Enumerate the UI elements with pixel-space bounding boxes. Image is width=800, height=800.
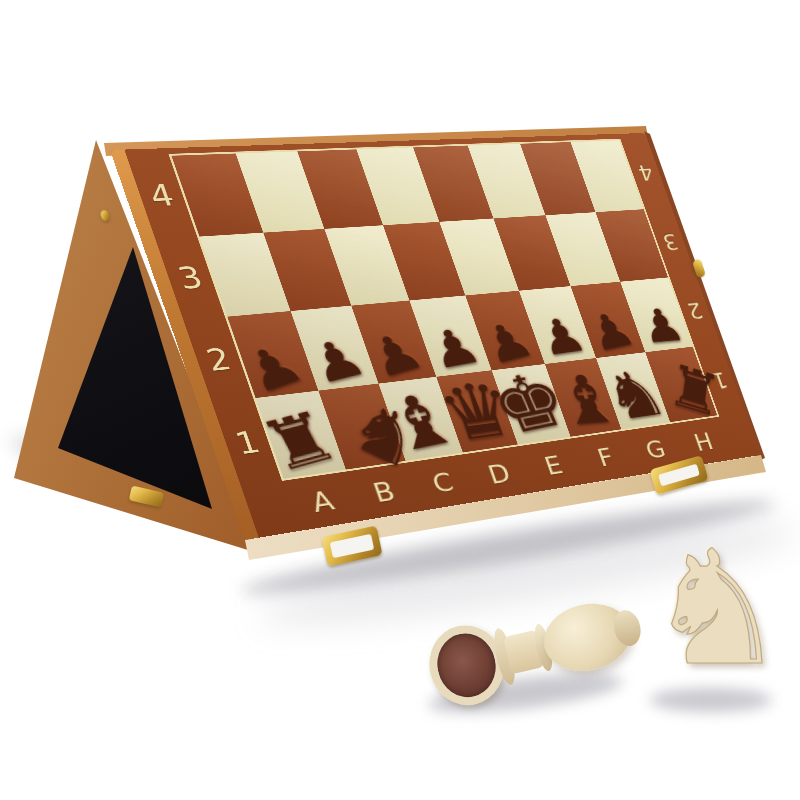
square-e4 [413, 146, 493, 222]
clasp-hole [330, 534, 374, 558]
square-d4 [356, 147, 439, 224]
square-f3 [493, 215, 570, 291]
square-e3 [439, 218, 519, 295]
square-g3 [545, 212, 620, 286]
product-photo-stage: 4321 ♟♟♟♟♟♟♟♟♜♞♝♛♚♝♞♜ 4321 ABCDEFGH ♞ [0, 0, 800, 800]
brass-pin-fold [99, 209, 110, 222]
square-b3 [263, 228, 351, 311]
cream-knight-standing: ♞ [646, 526, 770, 710]
piece-pawn-h2: ♟ [634, 304, 688, 349]
square-c3 [324, 225, 409, 306]
square-c4 [297, 149, 383, 228]
square-b4 [236, 151, 325, 232]
square-f4 [468, 144, 546, 218]
clasp-hole [658, 464, 700, 487]
square-g4 [520, 142, 595, 215]
piece-rook-h1: ♜ [664, 356, 725, 425]
square-d3 [383, 221, 465, 300]
